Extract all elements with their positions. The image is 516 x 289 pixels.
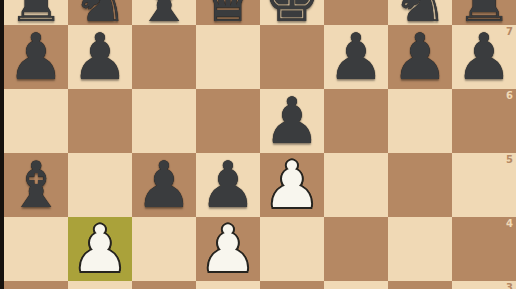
square-g3[interactable] (388, 281, 452, 289)
square-e7[interactable] (260, 25, 324, 89)
square-d3[interactable] (196, 281, 260, 289)
black-pawn-piece[interactable]: ♟ (455, 25, 512, 89)
square-b6[interactable] (68, 89, 132, 153)
square-h4[interactable]: 4 (452, 217, 516, 281)
square-c5[interactable]: ♟ (132, 153, 196, 217)
square-b4[interactable]: ♟ (68, 217, 132, 281)
rank-label-4: 4 (506, 218, 513, 230)
square-c4[interactable] (132, 217, 196, 281)
square-d7[interactable] (196, 25, 260, 89)
square-h5[interactable]: 5 (452, 153, 516, 217)
square-e6[interactable]: ♟ (260, 89, 324, 153)
square-c7[interactable] (132, 25, 196, 89)
square-h6[interactable]: 6 (452, 89, 516, 153)
square-b3[interactable] (68, 281, 132, 289)
square-a6[interactable] (4, 89, 68, 153)
square-f6[interactable] (324, 89, 388, 153)
white-pawn-piece[interactable]: ♟ (263, 153, 320, 217)
square-c3[interactable] (132, 281, 196, 289)
rank-label-5: 5 (506, 154, 513, 166)
chessboard: ♜♞♝♛♚♞♜♟♟♟♟7♟♟6♝♟♟♟5♟♟43 (4, 0, 516, 289)
white-pawn-piece[interactable]: ♟ (71, 217, 128, 281)
white-pawn-piece[interactable]: ♟ (199, 217, 256, 281)
square-g5[interactable] (388, 153, 452, 217)
square-e3[interactable] (260, 281, 324, 289)
square-h7[interactable]: 7♟ (452, 25, 516, 89)
black-pawn-piece[interactable]: ♟ (263, 89, 320, 153)
square-h3[interactable]: 3 (452, 281, 516, 289)
square-a4[interactable] (4, 217, 68, 281)
square-a3[interactable] (4, 281, 68, 289)
black-pawn-piece[interactable]: ♟ (71, 25, 128, 89)
square-d4[interactable]: ♟ (196, 217, 260, 281)
square-e5[interactable]: ♟ (260, 153, 324, 217)
black-pawn-piece[interactable]: ♟ (199, 153, 256, 217)
square-g4[interactable] (388, 217, 452, 281)
square-f4[interactable] (324, 217, 388, 281)
rank-label-3: 3 (506, 282, 513, 289)
square-g6[interactable] (388, 89, 452, 153)
square-d8[interactable]: ♛ (196, 0, 260, 25)
square-b5[interactable] (68, 153, 132, 217)
square-e4[interactable] (260, 217, 324, 281)
square-a7[interactable]: ♟ (4, 25, 68, 89)
black-pawn-piece[interactable]: ♟ (135, 153, 192, 217)
rank-label-7: 7 (506, 26, 513, 38)
black-pawn-piece[interactable]: ♟ (7, 25, 64, 89)
square-f5[interactable] (324, 153, 388, 217)
square-g7[interactable]: ♟ (388, 25, 452, 89)
square-d5[interactable]: ♟ (196, 153, 260, 217)
square-f3[interactable] (324, 281, 388, 289)
square-b7[interactable]: ♟ (68, 25, 132, 89)
square-f7[interactable]: ♟ (324, 25, 388, 89)
square-a5[interactable]: ♝ (4, 153, 68, 217)
black-pawn-piece[interactable]: ♟ (391, 25, 448, 89)
black-bishop-piece[interactable]: ♝ (7, 153, 64, 217)
square-c8[interactable]: ♝ (132, 0, 196, 25)
square-c6[interactable] (132, 89, 196, 153)
black-pawn-piece[interactable]: ♟ (327, 25, 384, 89)
board-viewport: ♜♞♝♛♚♞♜♟♟♟♟7♟♟6♝♟♟♟5♟♟43 (0, 0, 516, 289)
square-d6[interactable] (196, 89, 260, 153)
rank-label-6: 6 (506, 90, 513, 102)
square-e8[interactable]: ♚ (260, 0, 324, 25)
